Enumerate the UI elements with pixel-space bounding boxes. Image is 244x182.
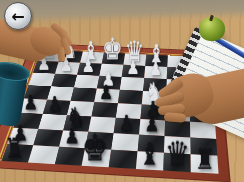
black-king[interactable]: ♚ (81, 130, 109, 167)
board-square-d4[interactable] (118, 90, 143, 105)
game-screen: ♜♞♝♚♛♝♜♟♟♟♟♟♟♟♟♟♞♟♟♟♞♟♟♟♟♜♚♝♛♜ ♞ ← (0, 0, 244, 182)
board-square-d2[interactable]: ♟ (122, 65, 146, 78)
board-square-d6[interactable]: ♟ (114, 118, 141, 135)
board-square-e4[interactable]: ♟ (94, 89, 120, 104)
black-rook[interactable]: ♜ (0, 135, 28, 162)
black-bishop[interactable]: ♝ (136, 139, 164, 170)
board-square-b8[interactable]: ♛ (163, 153, 191, 172)
board-square-d8[interactable] (109, 150, 138, 169)
black-pawn[interactable]: ♟ (114, 113, 140, 134)
left-finger (57, 46, 65, 62)
board-square-d7[interactable] (111, 133, 139, 151)
board-square-e8[interactable]: ♚ (82, 148, 112, 167)
board-square-d3[interactable] (120, 77, 144, 91)
board-square-g3[interactable] (51, 74, 77, 88)
black-queen[interactable]: ♛ (163, 137, 191, 172)
green-apple (199, 17, 225, 41)
black-pawn[interactable]: ♟ (94, 83, 118, 103)
black-rook[interactable]: ♜ (191, 145, 219, 173)
board-square-f4[interactable] (71, 87, 97, 102)
white-pawn[interactable]: ♟ (122, 59, 145, 78)
back-button[interactable]: ← (4, 2, 32, 30)
white-king[interactable]: ♚ (102, 34, 124, 64)
back-arrow-icon: ← (11, 7, 24, 26)
board-square-c8[interactable]: ♝ (136, 151, 164, 170)
right-finger (164, 112, 187, 123)
board-square-a8[interactable]: ♜ (191, 154, 219, 174)
